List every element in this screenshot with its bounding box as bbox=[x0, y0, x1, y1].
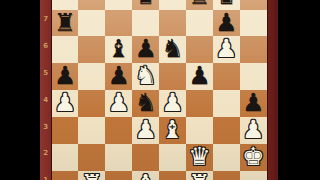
square-g3[interactable] bbox=[213, 117, 240, 144]
piece-white-knight-d5[interactable]: ♞ bbox=[132, 63, 159, 90]
square-h1[interactable] bbox=[240, 171, 267, 180]
piece-black-knight-d4[interactable]: ♞ bbox=[132, 90, 159, 117]
square-b6[interactable] bbox=[78, 36, 105, 63]
square-e1[interactable] bbox=[159, 171, 186, 180]
piece-white-queen-f2[interactable]: ♛ bbox=[186, 144, 213, 171]
square-b1[interactable]: ♜ bbox=[78, 171, 105, 180]
piece-white-pawn-c4[interactable]: ♟ bbox=[105, 90, 132, 117]
square-c1[interactable] bbox=[105, 171, 132, 180]
rank-label-1: 1 bbox=[40, 176, 52, 180]
square-d3[interactable]: ♟ bbox=[132, 117, 159, 144]
square-d5[interactable]: ♞ bbox=[132, 63, 159, 90]
square-b4[interactable] bbox=[78, 90, 105, 117]
rank-label-4: 4 bbox=[40, 96, 52, 104]
square-h4[interactable]: ♟ bbox=[240, 90, 267, 117]
piece-black-knight-e6[interactable]: ♞ bbox=[159, 36, 186, 63]
square-b5[interactable] bbox=[78, 63, 105, 90]
square-f2[interactable]: ♛ bbox=[186, 144, 213, 171]
square-d7[interactable] bbox=[132, 10, 159, 37]
rank-label-2: 2 bbox=[40, 149, 52, 157]
square-g4[interactable] bbox=[213, 90, 240, 117]
chess-board: ♛♜♚♜♟♝♟♞♟♟♟♞♟♟♟♞♟♟♟♝♟♛♚♜♝♜ bbox=[52, 0, 267, 180]
square-a6[interactable] bbox=[52, 36, 79, 63]
square-e2[interactable] bbox=[159, 144, 186, 171]
piece-white-king-h2[interactable]: ♚ bbox=[240, 144, 267, 171]
rank-label-3: 3 bbox=[40, 123, 52, 131]
square-d6[interactable]: ♟ bbox=[132, 36, 159, 63]
square-b7[interactable] bbox=[78, 10, 105, 37]
square-g5[interactable] bbox=[213, 63, 240, 90]
square-c3[interactable] bbox=[105, 117, 132, 144]
square-f3[interactable] bbox=[186, 117, 213, 144]
piece-black-bishop-c6[interactable]: ♝ bbox=[105, 36, 132, 63]
square-e6[interactable]: ♞ bbox=[159, 36, 186, 63]
square-d1[interactable]: ♝ bbox=[132, 171, 159, 180]
square-b2[interactable] bbox=[78, 144, 105, 171]
square-a1[interactable] bbox=[52, 171, 79, 180]
square-c5[interactable]: ♟ bbox=[105, 63, 132, 90]
square-c4[interactable]: ♟ bbox=[105, 90, 132, 117]
square-c8[interactable] bbox=[105, 0, 132, 10]
square-a3[interactable] bbox=[52, 117, 79, 144]
piece-white-pawn-a4[interactable]: ♟ bbox=[52, 90, 79, 117]
square-h8[interactable] bbox=[240, 0, 267, 10]
square-f6[interactable] bbox=[186, 36, 213, 63]
square-f1[interactable]: ♜ bbox=[186, 171, 213, 180]
square-c2[interactable] bbox=[105, 144, 132, 171]
square-e4[interactable]: ♟ bbox=[159, 90, 186, 117]
square-a7[interactable]: ♜ bbox=[52, 10, 79, 37]
square-d8[interactable]: ♛ bbox=[132, 0, 159, 10]
piece-black-rook-a7[interactable]: ♜ bbox=[52, 10, 79, 37]
square-g6[interactable]: ♟ bbox=[213, 36, 240, 63]
piece-black-pawn-c5[interactable]: ♟ bbox=[105, 63, 132, 90]
square-g2[interactable] bbox=[213, 144, 240, 171]
piece-black-pawn-h4[interactable]: ♟ bbox=[240, 90, 267, 117]
square-h7[interactable] bbox=[240, 10, 267, 37]
square-f8[interactable]: ♜ bbox=[186, 0, 213, 10]
square-h5[interactable] bbox=[240, 63, 267, 90]
square-a2[interactable] bbox=[52, 144, 79, 171]
rank-label-6: 6 bbox=[40, 42, 52, 50]
square-f4[interactable] bbox=[186, 90, 213, 117]
square-g7[interactable]: ♟ bbox=[213, 10, 240, 37]
square-f7[interactable] bbox=[186, 10, 213, 37]
square-h6[interactable] bbox=[240, 36, 267, 63]
piece-white-bishop-e3[interactable]: ♝ bbox=[159, 117, 186, 144]
piece-white-pawn-d3[interactable]: ♟ bbox=[132, 117, 159, 144]
rank-label-5: 5 bbox=[40, 69, 52, 77]
piece-white-pawn-e4[interactable]: ♟ bbox=[159, 90, 186, 117]
piece-black-pawn-a5[interactable]: ♟ bbox=[52, 63, 79, 90]
square-e5[interactable] bbox=[159, 63, 186, 90]
piece-white-pawn-g6[interactable]: ♟ bbox=[213, 36, 240, 63]
square-a4[interactable]: ♟ bbox=[52, 90, 79, 117]
square-c6[interactable]: ♝ bbox=[105, 36, 132, 63]
square-h2[interactable]: ♚ bbox=[240, 144, 267, 171]
square-g1[interactable] bbox=[213, 171, 240, 180]
square-d4[interactable]: ♞ bbox=[132, 90, 159, 117]
piece-white-bishop-d1[interactable]: ♝ bbox=[132, 171, 159, 180]
piece-white-pawn-h3[interactable]: ♟ bbox=[240, 117, 267, 144]
square-b3[interactable] bbox=[78, 117, 105, 144]
rank-label-7: 7 bbox=[40, 15, 52, 23]
piece-black-pawn-g7[interactable]: ♟ bbox=[213, 10, 240, 37]
square-f5[interactable]: ♟ bbox=[186, 63, 213, 90]
piece-white-rook-f1[interactable]: ♜ bbox=[186, 171, 213, 180]
piece-black-pawn-f5[interactable]: ♟ bbox=[186, 63, 213, 90]
square-e7[interactable] bbox=[159, 10, 186, 37]
square-a5[interactable]: ♟ bbox=[52, 63, 79, 90]
piece-black-rook-f8[interactable]: ♜ bbox=[186, 0, 213, 10]
square-d2[interactable] bbox=[132, 144, 159, 171]
square-c7[interactable] bbox=[105, 10, 132, 37]
piece-white-rook-b1[interactable]: ♜ bbox=[78, 171, 105, 180]
square-h3[interactable]: ♟ bbox=[240, 117, 267, 144]
square-e3[interactable]: ♝ bbox=[159, 117, 186, 144]
piece-black-queen-d8[interactable]: ♛ bbox=[132, 0, 159, 10]
square-b8[interactable] bbox=[78, 0, 105, 10]
square-e8[interactable] bbox=[159, 0, 186, 10]
piece-black-pawn-d6[interactable]: ♟ bbox=[132, 36, 159, 63]
